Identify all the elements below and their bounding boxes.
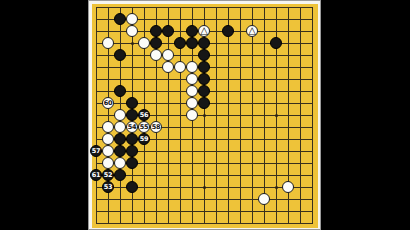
stone-white: △ [198,25,210,37]
stone-white [186,97,198,109]
stone-black [114,13,126,25]
stone-white: 55 [138,121,150,133]
stone-black [162,25,174,37]
stone-white: 60 [102,97,114,109]
stone-white [138,37,150,49]
move-number-label: 56 [139,110,149,120]
stone-black [198,37,210,49]
stone-black: 56 [138,109,150,121]
stone-black [186,37,198,49]
stone-black: 61 [90,169,102,181]
stone-white [102,121,114,133]
triangle-mark-icon: △ [247,26,257,36]
stone-white [126,25,138,37]
star-point [203,114,206,117]
star-point [203,186,206,189]
star-point [275,114,278,117]
stone-black [126,157,138,169]
move-number-label: 59 [139,134,149,144]
stone-white [150,49,162,61]
stone-black [198,97,210,109]
stone-white [162,49,174,61]
stone-white [186,73,198,85]
go-board-panel: △△60565455585957615253 [88,0,321,230]
stone-white [114,157,126,169]
stone-white [174,61,186,73]
stone-white [126,13,138,25]
move-number-label: 55 [139,122,149,132]
triangle-mark-icon: △ [199,26,209,36]
stone-black: 53 [102,181,114,193]
move-number-label: 52 [103,170,113,180]
stone-black: 52 [102,169,114,181]
stone-black [126,133,138,145]
move-number-label: 53 [103,182,113,192]
stone-white: 58 [150,121,162,133]
stone-black [174,37,186,49]
stone-white [102,145,114,157]
stone-white [114,109,126,121]
stone-black [126,181,138,193]
go-board: △△60565455585957615253 [92,4,318,228]
stone-black [114,49,126,61]
stone-black [114,85,126,97]
stone-white [186,109,198,121]
stone-black [114,133,126,145]
stone-black [198,61,210,73]
stone-white [162,61,174,73]
move-number-label: 61 [91,170,101,180]
stone-white [282,181,294,193]
stone-white [102,133,114,145]
stone-black [126,97,138,109]
move-number-label: 58 [151,122,161,132]
star-point [275,186,278,189]
stone-black [126,109,138,121]
stone-black [114,145,126,157]
stone-white [114,121,126,133]
stone-black [198,73,210,85]
stone-black [186,25,198,37]
stone-black [150,37,162,49]
star-point [131,42,134,45]
stone-white [186,85,198,97]
stone-black: 59 [138,133,150,145]
stone-black [114,169,126,181]
move-number-label: 60 [103,98,113,108]
stone-black [198,49,210,61]
stone-black [270,37,282,49]
stone-black [198,85,210,97]
stone-white [186,61,198,73]
stone-white [102,157,114,169]
stone-black [150,25,162,37]
stone-white [102,37,114,49]
stone-black: 57 [90,145,102,157]
stone-white: 54 [126,121,138,133]
stone-black [222,25,234,37]
stone-white: △ [246,25,258,37]
board-grid: △△60565455585957615253 [96,7,313,224]
move-number-label: 57 [91,146,101,156]
move-number-label: 54 [127,122,137,132]
stone-white [258,193,270,205]
stone-black [126,145,138,157]
